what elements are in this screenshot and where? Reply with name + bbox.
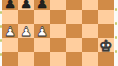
square-a5[interactable]: ♟ [2, 24, 18, 38]
black-pawn-a7[interactable]: ♟ [4, 0, 16, 10]
square-e4[interactable] [66, 38, 82, 52]
square-b3[interactable] [18, 52, 34, 66]
square-a4[interactable] [2, 38, 18, 52]
square-f5[interactable] [82, 24, 98, 38]
square-g7[interactable] [98, 0, 114, 10]
square-e7[interactable] [66, 0, 82, 10]
square-b4[interactable] [18, 38, 34, 52]
square-f7[interactable] [82, 0, 98, 10]
left-coordinate-mark-1 [0, 25, 2, 28]
black-pawn-b7[interactable]: ♟ [20, 0, 32, 10]
square-d6[interactable] [50, 10, 66, 24]
left-coordinate-mark-0 [0, 11, 2, 14]
square-f4[interactable] [82, 38, 98, 52]
square-a6[interactable] [2, 10, 18, 24]
square-b5[interactable]: ♟ [18, 24, 34, 38]
white-pawn-a5[interactable]: ♟ [4, 25, 16, 38]
square-g4[interactable]: ♚ [98, 38, 114, 52]
square-c7[interactable]: ♟ [34, 0, 50, 10]
right-coordinate-mark-3 [115, 50, 117, 53]
chess-board-screenshot: ♟♟♟♟♟♟♚ [0, 0, 118, 66]
square-g5[interactable] [98, 24, 114, 38]
black-pawn-c7[interactable]: ♟ [36, 0, 48, 10]
square-a3[interactable] [2, 52, 18, 66]
chess-board[interactable]: ♟♟♟♟♟♟♚ [2, 0, 114, 66]
left-coordinate-mark-3 [0, 53, 2, 56]
square-c5[interactable]: ♟ [34, 24, 50, 38]
square-d4[interactable] [50, 38, 66, 52]
left-coordinate-mark-2 [0, 39, 2, 42]
square-c3[interactable] [34, 52, 50, 66]
square-f3[interactable] [82, 52, 98, 66]
square-c6[interactable] [34, 10, 50, 24]
square-b6[interactable] [18, 10, 34, 24]
square-f6[interactable] [82, 10, 98, 24]
square-b7[interactable]: ♟ [18, 0, 34, 10]
white-pawn-b5[interactable]: ♟ [20, 25, 32, 38]
white-pawn-c5[interactable]: ♟ [36, 25, 48, 38]
right-coordinate-mark-2 [115, 36, 117, 39]
right-coordinate-mark-0 [115, 8, 117, 11]
square-e5[interactable] [66, 24, 82, 38]
square-e6[interactable] [66, 10, 82, 24]
square-d7[interactable] [50, 0, 66, 10]
right-coordinate-mark-1 [115, 22, 117, 25]
square-d3[interactable] [50, 52, 66, 66]
square-c4[interactable] [34, 38, 50, 52]
square-e3[interactable] [66, 52, 82, 66]
white-king-g4[interactable]: ♚ [99, 39, 112, 54]
square-g6[interactable] [98, 10, 114, 24]
square-d5[interactable] [50, 24, 66, 38]
square-a7[interactable]: ♟ [2, 0, 18, 10]
